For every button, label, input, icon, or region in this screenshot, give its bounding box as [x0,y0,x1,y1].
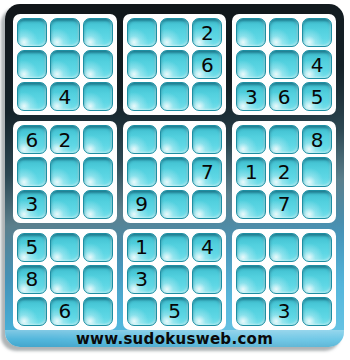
cell-r1c5[interactable] [160,18,190,47]
cell-r9c4[interactable] [127,297,157,326]
cell-r2c4[interactable] [127,50,157,79]
footer-bar: www.sudokusweb.com [5,330,344,347]
cell-r8c1[interactable]: 8 [17,265,47,294]
cell-r3c9[interactable]: 5 [302,82,332,111]
cell-r4c4[interactable] [127,125,157,154]
cell-r3c3[interactable] [83,82,113,111]
cell-r3c2[interactable]: 4 [50,82,80,111]
cell-r4c1[interactable]: 6 [17,125,47,154]
cell-r3c6[interactable] [192,82,222,111]
box-2-1: 623 [13,121,117,222]
cell-r3c4[interactable] [127,82,157,111]
sudoku-grid: 426436562379812758614353 [13,14,336,330]
cell-r1c7[interactable] [236,18,266,47]
cell-r2c3[interactable] [83,50,113,79]
cell-r1c4[interactable] [127,18,157,47]
cell-r1c3[interactable] [83,18,113,47]
footer-url: www.sudokusweb.com [76,330,273,348]
cell-r1c6[interactable]: 2 [192,18,222,47]
cell-r6c3[interactable] [83,190,113,219]
cell-r9c6[interactable] [192,297,222,326]
cell-r5c1[interactable] [17,157,47,186]
cell-r8c6[interactable] [192,265,222,294]
cell-r4c7[interactable] [236,125,266,154]
cell-r6c8[interactable]: 7 [269,190,299,219]
cell-r9c2[interactable]: 6 [50,297,80,326]
cell-r3c7[interactable]: 3 [236,82,266,111]
cell-r1c9[interactable] [302,18,332,47]
cell-r6c9[interactable] [302,190,332,219]
cell-r6c7[interactable] [236,190,266,219]
cell-r7c3[interactable] [83,233,113,262]
cell-r8c5[interactable] [160,265,190,294]
cell-r2c1[interactable] [17,50,47,79]
cell-r4c6[interactable] [192,125,222,154]
cell-r5c3[interactable] [83,157,113,186]
cell-r6c6[interactable] [192,190,222,219]
cell-r8c7[interactable] [236,265,266,294]
cell-r5c7[interactable]: 1 [236,157,266,186]
box-1-2: 26 [123,14,227,115]
cell-r2c5[interactable] [160,50,190,79]
cell-r4c3[interactable] [83,125,113,154]
cell-r7c8[interactable] [269,233,299,262]
cell-r9c8[interactable]: 3 [269,297,299,326]
cell-r5c5[interactable] [160,157,190,186]
cell-r7c1[interactable]: 5 [17,233,47,262]
cell-r1c1[interactable] [17,18,47,47]
cell-r9c3[interactable] [83,297,113,326]
cell-r3c1[interactable] [17,82,47,111]
cell-r2c7[interactable] [236,50,266,79]
cell-r4c5[interactable] [160,125,190,154]
cell-r5c4[interactable] [127,157,157,186]
cell-r4c8[interactable] [269,125,299,154]
cell-r9c9[interactable] [302,297,332,326]
cell-r9c1[interactable] [17,297,47,326]
box-1-3: 4365 [232,14,336,115]
box-3-3: 3 [232,229,336,330]
cell-r1c2[interactable] [50,18,80,47]
box-3-1: 586 [13,229,117,330]
cell-r7c9[interactable] [302,233,332,262]
cell-r9c7[interactable] [236,297,266,326]
cell-r8c4[interactable]: 3 [127,265,157,294]
box-2-2: 79 [123,121,227,222]
cell-r7c5[interactable] [160,233,190,262]
cell-r8c2[interactable] [50,265,80,294]
cell-r7c6[interactable]: 4 [192,233,222,262]
cell-r6c2[interactable] [50,190,80,219]
cell-r4c2[interactable]: 2 [50,125,80,154]
box-1-1: 4 [13,14,117,115]
cell-r5c6[interactable]: 7 [192,157,222,186]
cell-r7c4[interactable]: 1 [127,233,157,262]
cell-r9c5[interactable]: 5 [160,297,190,326]
cell-r3c8[interactable]: 6 [269,82,299,111]
cell-r2c2[interactable] [50,50,80,79]
box-2-3: 8127 [232,121,336,222]
cell-r5c2[interactable] [50,157,80,186]
box-3-2: 1435 [123,229,227,330]
cell-r5c9[interactable] [302,157,332,186]
sudoku-board-frame: 426436562379812758614353 www.sudokusweb.… [5,4,344,347]
cell-r7c7[interactable] [236,233,266,262]
cell-r2c9[interactable]: 4 [302,50,332,79]
cell-r3c5[interactable] [160,82,190,111]
cell-r8c3[interactable] [83,265,113,294]
cell-r8c9[interactable] [302,265,332,294]
cell-r2c6[interactable]: 6 [192,50,222,79]
cell-r6c4[interactable]: 9 [127,190,157,219]
cell-r8c8[interactable] [269,265,299,294]
cell-r6c5[interactable] [160,190,190,219]
cell-r5c8[interactable]: 2 [269,157,299,186]
cell-r7c2[interactable] [50,233,80,262]
cell-r6c1[interactable]: 3 [17,190,47,219]
cell-r4c9[interactable]: 8 [302,125,332,154]
cell-r2c8[interactable] [269,50,299,79]
cell-r1c8[interactable] [269,18,299,47]
